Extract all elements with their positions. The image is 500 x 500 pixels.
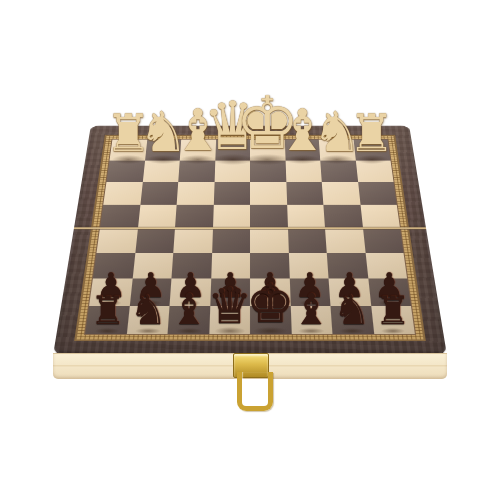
square-r4c0[interactable] xyxy=(97,228,138,253)
square-r3c7[interactable] xyxy=(360,204,400,228)
latch-loop-icon xyxy=(237,372,273,411)
piece-dark-rook[interactable]: ♜ xyxy=(90,292,125,331)
square-r2c5[interactable] xyxy=(286,182,323,205)
square-r2c0[interactable] xyxy=(103,182,142,205)
square-r3c5[interactable] xyxy=(287,204,325,228)
square-r4c4[interactable] xyxy=(250,228,288,253)
square-r2c7[interactable] xyxy=(358,182,397,205)
square-r3c6[interactable] xyxy=(323,204,362,228)
piece-dark-bishop[interactable]: ♝ xyxy=(292,288,331,331)
piece-dark-bishop[interactable]: ♝ xyxy=(170,288,209,331)
square-r2c4[interactable] xyxy=(250,182,287,205)
square-r2c6[interactable] xyxy=(322,182,360,205)
square-r3c2[interactable] xyxy=(175,204,213,228)
square-r4c3[interactable] xyxy=(212,228,250,253)
square-r3c0[interactable] xyxy=(100,204,140,228)
piece-dark-knight[interactable]: ♞ xyxy=(130,289,167,331)
piece-dark-knight[interactable]: ♞ xyxy=(333,289,370,331)
square-r2c3[interactable] xyxy=(213,182,250,205)
square-r4c2[interactable] xyxy=(173,228,212,253)
piece-light-rook[interactable]: ♜ xyxy=(348,108,395,160)
square-r2c1[interactable] xyxy=(140,182,178,205)
piece-dark-king[interactable]: ♚ xyxy=(246,277,295,331)
square-r4c1[interactable] xyxy=(135,228,175,253)
piece-dark-rook[interactable]: ♜ xyxy=(375,292,410,331)
square-r4c7[interactable] xyxy=(363,228,404,253)
product-photo: ♜♞♝♛♚♝♞♜♟♟♟♟♟♟♟♟♜♞♝♛♚♝♞♜ xyxy=(0,0,500,500)
square-r3c1[interactable] xyxy=(138,204,177,228)
square-r3c3[interactable] xyxy=(213,204,251,228)
square-r4c5[interactable] xyxy=(288,228,327,253)
square-r4c6[interactable] xyxy=(325,228,365,253)
square-r2c2[interactable] xyxy=(177,182,214,205)
square-r3c4[interactable] xyxy=(250,204,288,228)
fold-seam xyxy=(74,227,426,229)
